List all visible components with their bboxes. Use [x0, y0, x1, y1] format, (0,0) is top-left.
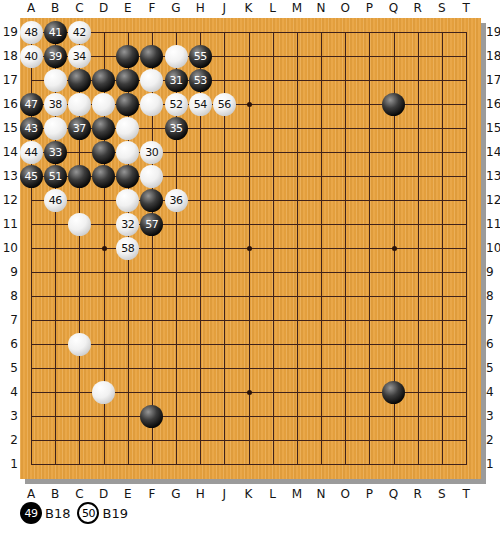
grid-line-vertical [321, 32, 322, 465]
stone-A18: 40 [20, 45, 43, 68]
stone-E14 [116, 141, 139, 164]
grid-line-vertical [442, 32, 443, 465]
grid-line-horizontal [31, 320, 467, 321]
stone-D14 [92, 141, 115, 164]
coord-label-top-O: O [340, 1, 349, 15]
coord-label-top-J: J [223, 1, 227, 15]
coord-label-top-M: M [292, 1, 302, 15]
stone-E18 [116, 45, 139, 68]
coord-label-bottom-M: M [292, 487, 302, 501]
coord-label-left-4: 4 [1, 385, 18, 399]
move-caption: 49 B18 50 B19 [20, 501, 132, 525]
coord-label-top-K: K [245, 1, 253, 15]
coord-label-bottom-E: E [124, 487, 132, 501]
coord-label-top-D: D [99, 1, 108, 15]
coord-label-top-C: C [75, 1, 83, 15]
coord-label-left-7: 7 [1, 313, 18, 327]
coord-label-right-16: 16 [486, 97, 500, 111]
stone-G17: 31 [165, 69, 188, 92]
stone-A16: 47 [20, 93, 43, 116]
coord-label-top-F: F [148, 1, 155, 15]
star-point-D10 [102, 246, 107, 251]
stone-G12: 36 [165, 189, 188, 212]
coord-label-top-P: P [366, 1, 373, 15]
coord-label-left-8: 8 [1, 289, 18, 303]
caption-point-b18: B18 [45, 506, 70, 521]
stone-B18: 39 [44, 45, 67, 68]
stone-E12 [116, 189, 139, 212]
stone-D4 [92, 381, 115, 404]
caption-black-stone-49: 49 [20, 502, 42, 524]
coord-label-left-10: 10 [1, 241, 18, 255]
coord-label-bottom-A: A [27, 487, 35, 501]
stone-G15: 35 [165, 117, 188, 140]
coord-label-right-8: 8 [486, 289, 494, 303]
coord-label-top-B: B [51, 1, 59, 15]
stone-B17 [44, 69, 67, 92]
coord-label-left-1: 1 [1, 457, 18, 471]
coord-label-top-G: G [171, 1, 180, 15]
star-point-K4 [247, 390, 252, 395]
stone-H18: 55 [189, 45, 212, 68]
stone-H17: 53 [189, 69, 212, 92]
stone-A13: 45 [20, 165, 43, 188]
stone-C6 [68, 333, 91, 356]
go-diagram: 49 B18 50 B19 48414240393455315347385254… [0, 0, 500, 537]
stone-Q16 [382, 93, 405, 116]
coord-label-right-15: 15 [486, 121, 500, 135]
grid-line-horizontal [31, 296, 467, 297]
stone-A15: 43 [20, 117, 43, 140]
coord-label-left-15: 15 [1, 121, 18, 135]
stone-B16: 38 [44, 93, 67, 116]
coord-label-bottom-T: T [462, 487, 469, 501]
stone-C13 [68, 165, 91, 188]
stone-G16: 52 [165, 93, 188, 116]
stone-G18 [165, 45, 188, 68]
coord-label-bottom-C: C [75, 487, 83, 501]
coord-label-bottom-K: K [245, 487, 253, 501]
stone-C16 [68, 93, 91, 116]
coord-label-left-11: 11 [1, 217, 18, 231]
coord-label-right-17: 17 [486, 73, 500, 87]
coord-label-right-12: 12 [486, 193, 500, 207]
star-point-K10 [247, 246, 252, 251]
grid-line-vertical [345, 32, 346, 465]
stone-E15 [116, 117, 139, 140]
stone-C15: 37 [68, 117, 91, 140]
coord-label-right-18: 18 [486, 49, 500, 63]
coord-label-bottom-O: O [340, 487, 349, 501]
stone-D13 [92, 165, 115, 188]
coord-label-left-18: 18 [1, 49, 18, 63]
grid-line-vertical [418, 32, 419, 465]
stone-E17 [116, 69, 139, 92]
coord-label-right-1: 1 [486, 457, 494, 471]
coord-label-bottom-Q: Q [389, 487, 398, 501]
coord-label-top-A: A [27, 1, 35, 15]
stone-D16 [92, 93, 115, 116]
stone-F18 [140, 45, 163, 68]
coord-label-top-R: R [414, 1, 422, 15]
coord-label-bottom-H: H [196, 487, 205, 501]
coord-label-left-19: 19 [1, 25, 18, 39]
coord-label-top-S: S [438, 1, 446, 15]
coord-label-bottom-L: L [269, 487, 276, 501]
coord-label-top-L: L [269, 1, 276, 15]
stone-Q4 [382, 381, 405, 404]
grid-line-vertical [297, 32, 298, 465]
grid-line-horizontal [31, 416, 467, 417]
coord-label-left-13: 13 [1, 169, 18, 183]
stone-A14: 44 [20, 141, 43, 164]
coord-label-right-6: 6 [486, 337, 494, 351]
star-point-Q10 [392, 246, 397, 251]
grid-line-vertical [466, 32, 467, 465]
stone-B12: 46 [44, 189, 67, 212]
grid-line-vertical [369, 32, 370, 465]
coord-label-right-14: 14 [486, 145, 500, 159]
caption-point-b19: B19 [102, 506, 127, 521]
coord-label-bottom-R: R [414, 487, 422, 501]
coord-label-right-2: 2 [486, 433, 494, 447]
coord-label-left-2: 2 [1, 433, 18, 447]
grid-line-horizontal [31, 368, 467, 369]
coord-label-left-6: 6 [1, 337, 18, 351]
coord-label-top-E: E [124, 1, 132, 15]
coord-label-left-12: 12 [1, 193, 18, 207]
coord-label-right-11: 11 [486, 217, 500, 231]
coord-label-top-Q: Q [389, 1, 398, 15]
coord-label-bottom-J: J [223, 487, 227, 501]
stone-F14: 30 [140, 141, 163, 164]
coord-label-bottom-P: P [366, 487, 373, 501]
coord-label-right-7: 7 [486, 313, 494, 327]
coord-label-bottom-B: B [51, 487, 59, 501]
star-point-K16 [247, 102, 252, 107]
coord-label-right-19: 19 [486, 25, 500, 39]
coord-label-right-10: 10 [486, 241, 500, 255]
stone-B13: 51 [44, 165, 67, 188]
stone-C17 [68, 69, 91, 92]
stone-A19: 48 [20, 21, 43, 44]
caption-white-stone-50: 50 [77, 502, 99, 524]
coord-label-top-N: N [317, 1, 326, 15]
coord-label-bottom-S: S [438, 487, 446, 501]
grid-line-horizontal [31, 464, 467, 465]
coord-label-right-9: 9 [486, 265, 494, 279]
coord-label-left-9: 9 [1, 265, 18, 279]
grid-line-horizontal [31, 344, 467, 345]
grid-line-horizontal [31, 272, 467, 273]
stone-B15 [44, 117, 67, 140]
stone-J16: 56 [213, 93, 236, 116]
coord-label-left-16: 16 [1, 97, 18, 111]
coord-label-top-H: H [196, 1, 205, 15]
coord-label-left-5: 5 [1, 361, 18, 375]
stone-H16: 54 [189, 93, 212, 116]
grid-line-vertical [273, 32, 274, 465]
stone-D17 [92, 69, 115, 92]
coord-label-bottom-G: G [171, 487, 180, 501]
stone-C11 [68, 213, 91, 236]
coord-label-left-3: 3 [1, 409, 18, 423]
stone-F3 [140, 405, 163, 428]
coord-label-bottom-N: N [317, 487, 326, 501]
stone-E10: 58 [116, 237, 139, 260]
stone-E11: 32 [116, 213, 139, 236]
stone-D15 [92, 117, 115, 140]
coord-label-right-13: 13 [486, 169, 500, 183]
stone-E13 [116, 165, 139, 188]
stone-B14: 33 [44, 141, 67, 164]
coord-label-right-4: 4 [486, 385, 494, 399]
stone-B19: 41 [44, 21, 67, 44]
stone-F17 [140, 69, 163, 92]
stone-C19: 42 [68, 21, 91, 44]
stone-F11: 57 [140, 213, 163, 236]
stone-F16 [140, 93, 163, 116]
grid-line-horizontal [31, 440, 467, 441]
stone-C18: 34 [68, 45, 91, 68]
stone-E16 [116, 93, 139, 116]
coord-label-right-5: 5 [486, 361, 494, 375]
coord-label-top-T: T [462, 1, 469, 15]
coord-label-left-14: 14 [1, 145, 18, 159]
stone-F13 [140, 165, 163, 188]
coord-label-bottom-F: F [148, 487, 155, 501]
coord-label-left-17: 17 [1, 73, 18, 87]
stone-F12 [140, 189, 163, 212]
coord-label-bottom-D: D [99, 487, 108, 501]
coord-label-right-3: 3 [486, 409, 494, 423]
